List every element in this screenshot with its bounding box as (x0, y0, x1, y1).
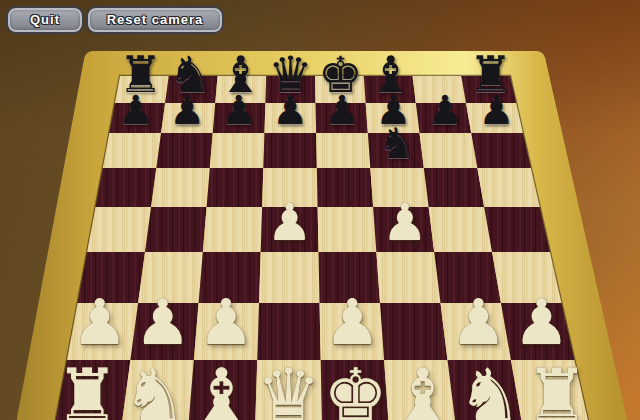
piece-black-pawn-b7[interactable]: ♟ (169, 90, 205, 130)
square-a6[interactable] (103, 133, 161, 168)
piece-black-pawn-c7[interactable]: ♟ (221, 90, 257, 130)
quit-button[interactable]: Quit (8, 8, 82, 32)
square-c5[interactable] (207, 168, 264, 207)
square-g6[interactable] (420, 133, 478, 168)
piece-white-pawn-d4[interactable]: ♟ (267, 197, 313, 248)
piece-white-rook-a1[interactable]: ♜ (55, 359, 120, 420)
square-f2[interactable] (380, 303, 448, 360)
square-b4[interactable] (145, 207, 207, 252)
square-g4[interactable] (429, 207, 492, 252)
piece-black-pawn-h7[interactable]: ♟ (479, 90, 515, 130)
piece-white-pawn-a2[interactable]: ♟ (71, 291, 127, 354)
square-h5[interactable] (477, 168, 539, 207)
piece-white-pawn-f4[interactable]: ♟ (382, 197, 428, 248)
piece-white-pawn-h2[interactable]: ♟ (513, 291, 569, 354)
square-g5[interactable] (424, 168, 484, 207)
piece-black-pawn-e7[interactable]: ♟ (324, 90, 360, 130)
square-a4[interactable] (87, 207, 151, 252)
piece-white-king-e1[interactable]: ♚ (323, 359, 388, 420)
square-e5[interactable] (317, 168, 373, 207)
piece-black-knight-f6[interactable]: ♞ (378, 123, 416, 165)
piece-white-knight-g1[interactable]: ♞ (457, 359, 522, 420)
square-h6[interactable] (471, 133, 531, 168)
square-a5[interactable] (96, 168, 157, 207)
square-b6[interactable] (156, 133, 212, 168)
piece-white-pawn-g2[interactable]: ♟ (450, 291, 506, 354)
reset-camera-button[interactable]: Reset camera (88, 8, 222, 32)
piece-white-queen-d1[interactable]: ♛ (256, 359, 321, 420)
piece-white-knight-b1[interactable]: ♞ (122, 359, 187, 420)
piece-white-pawn-c2[interactable]: ♟ (198, 291, 254, 354)
square-b5[interactable] (151, 168, 210, 207)
piece-black-pawn-d7[interactable]: ♟ (272, 90, 308, 130)
square-c6[interactable] (210, 133, 265, 168)
square-e4[interactable] (318, 207, 377, 252)
square-e6[interactable] (316, 133, 370, 168)
square-h4[interactable] (484, 207, 550, 252)
game-viewport: ♜♞♝♛♚♝♜♟♟♟♟♟♟♟♟♞♟♟♟♟♟♟♟♟♜♞♝♛♚♝♞♜ Quit Re… (0, 0, 640, 420)
square-d2[interactable] (257, 303, 320, 360)
piece-black-pawn-g7[interactable]: ♟ (427, 90, 463, 130)
square-c4[interactable] (203, 207, 262, 252)
square-f3[interactable] (376, 252, 440, 303)
piece-black-pawn-a7[interactable]: ♟ (118, 90, 154, 130)
square-d3[interactable] (259, 252, 319, 303)
piece-white-rook-h1[interactable]: ♜ (525, 359, 590, 420)
piece-white-bishop-c1[interactable]: ♝ (189, 359, 254, 420)
piece-white-pawn-b2[interactable]: ♟ (135, 291, 191, 354)
square-d6[interactable] (263, 133, 317, 168)
piece-white-pawn-e2[interactable]: ♟ (324, 291, 380, 354)
piece-white-bishop-f1[interactable]: ♝ (390, 359, 455, 420)
